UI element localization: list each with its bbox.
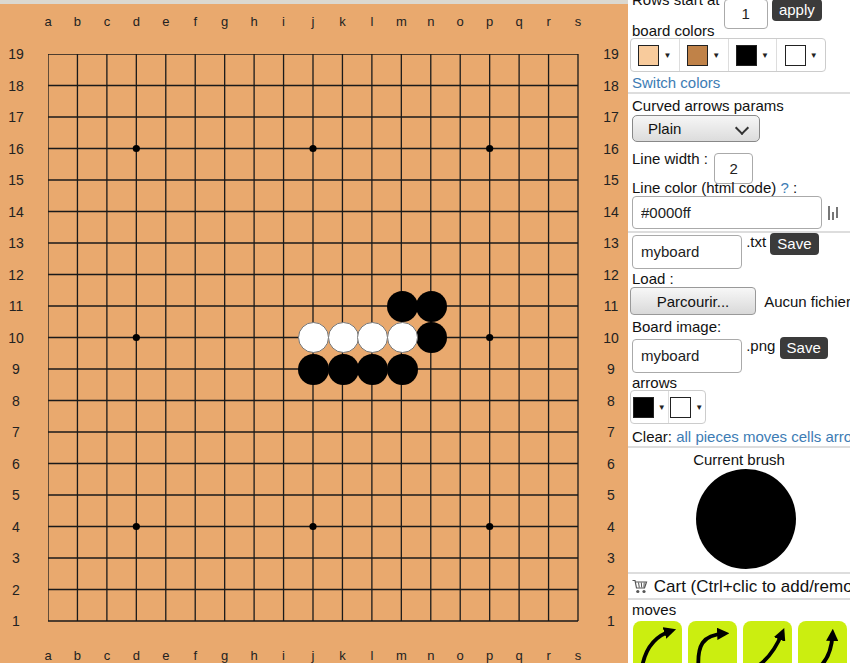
divider [628,598,850,600]
current-brush-preview [696,469,796,569]
board-color-1-dropdown[interactable]: ▼ [631,39,680,71]
coord-right-2: 2 [607,583,615,597]
clear-arrows-link[interactable]: arrows [825,428,850,445]
coord-top-e: e [162,15,169,28]
clear-all-link[interactable]: all [676,428,691,445]
move-curved-arrow-up-button[interactable] [798,621,847,663]
coord-top-r: r [546,15,550,28]
coord-bottom-k: k [339,649,346,662]
cart-label: Cart (Ctrl+clic to add/remove) [654,577,850,596]
filename-txt-input[interactable] [632,235,742,269]
coord-top-j: j [312,15,315,28]
coord-bottom-i: i [282,649,285,662]
coord-right-17: 17 [603,110,619,124]
coord-left-16: 16 [8,142,24,156]
coord-left-5: 5 [12,488,20,502]
coord-top-d: d [133,15,140,28]
coord-top-s: s [575,15,582,28]
coord-bottom-j: j [312,649,315,662]
divider [628,446,850,448]
coord-bottom-b: b [74,649,81,662]
clear-moves-link[interactable]: moves [743,428,787,445]
coord-right-12: 12 [603,268,619,282]
coord-bottom-m: m [396,649,407,662]
arrow-style-select[interactable]: Plain [632,115,760,142]
line-color-input[interactable] [632,196,822,229]
filename-png-input[interactable] [632,339,742,373]
coord-right-7: 7 [607,425,615,439]
coord-right-9: 9 [607,362,615,376]
piece-color-1-dropdown[interactable]: ▼ [729,39,778,71]
coord-left-12: 12 [8,268,24,282]
curved-arrow-up-right-steep-icon [745,624,791,663]
coord-right-19: 19 [603,47,619,61]
goban[interactable] [33,38,592,637]
no-file-label: Aucun fichier s [764,293,850,310]
coord-top-o: o [457,15,464,28]
board-color-2-dropdown[interactable]: ▼ [680,39,729,71]
color-picker-icon[interactable] [828,205,838,220]
piece-color-2-dropdown[interactable]: ▼ [777,39,825,71]
coord-left-9: 9 [12,362,20,376]
curved-arrow-up-right-shallow-icon [635,624,681,663]
coord-right-3: 3 [607,551,615,565]
white-stone-k10[interactable] [328,322,359,353]
coord-top-b: b [74,15,81,28]
save-png-button[interactable]: Save [780,337,828,359]
coord-top-q: q [515,15,522,28]
rows-start-label: Rows start at [632,0,720,8]
coord-top-h: h [250,15,257,28]
coord-left-11: 11 [9,299,24,313]
coord-bottom-o: o [457,649,464,662]
line-color-label: Line color (html code) [632,179,776,196]
coord-right-11: 11 [604,299,619,313]
board-image-label: Board image: [632,318,721,335]
browse-button[interactable]: Parcourir... [630,287,756,315]
coord-left-14: 14 [8,205,24,219]
coord-left-17: 17 [8,110,24,124]
coord-left-7: 7 [12,425,20,439]
coord-left-1: 1 [12,614,20,628]
coord-bottom-g: g [221,649,228,662]
arrow-color-2-swatch [670,397,691,418]
coord-top-i: i [282,15,285,28]
chevron-down-icon: ▼ [761,51,769,60]
black-stone-n10[interactable] [416,322,447,353]
cart-row[interactable]: Cart (Ctrl+clic to add/remove) [632,577,850,597]
coord-left-15: 15 [8,173,24,187]
save-png-row: .png Save [632,337,828,373]
coord-bottom-e: e [162,649,169,662]
coord-top-k: k [339,15,346,28]
coord-top-a: a [44,15,51,28]
coord-top-n: n [427,15,434,28]
moves-label: moves [632,601,676,618]
coord-bottom-q: q [515,649,522,662]
coord-left-4: 4 [12,520,20,534]
clear-label: Clear: [632,428,672,445]
arrow-color-2-dropdown[interactable]: ▼ [669,391,706,423]
coord-right-4: 4 [607,520,615,534]
load-label: Load : [632,270,674,287]
coord-right-16: 16 [603,142,619,156]
save-txt-button[interactable]: Save [770,233,818,255]
coord-bottom-f: f [193,649,197,662]
arrows-label: arrows [632,374,677,391]
black-stone-k9[interactable] [328,354,359,385]
chevron-down-icon: ▼ [810,51,818,60]
coord-top-p: p [486,15,493,28]
coord-left-18: 18 [8,79,24,93]
chevron-down-icon: ▼ [695,403,703,412]
coord-top-f: f [193,15,197,28]
coord-bottom-p: p [486,649,493,662]
clear-cells-link[interactable]: cells [791,428,821,445]
coord-left-6: 6 [12,457,20,471]
clear-pieces-link[interactable]: pieces [695,428,738,445]
line-width-label: Line width : [632,150,708,167]
coord-top-m: m [396,15,407,28]
curved-arrows-label: Curved arrows params [632,97,784,114]
black-stone-m9[interactable] [387,354,418,385]
coord-bottom-a: a [44,649,51,662]
load-row: Parcourir... Aucun fichier s [630,287,850,315]
cart-icon [632,579,649,594]
coord-right-15: 15 [603,173,619,187]
coord-left-8: 8 [12,394,20,408]
coord-top-c: c [104,15,111,28]
black-stone-n11[interactable] [416,291,447,322]
black-stone-m11[interactable] [387,291,418,322]
arrow-color-1-swatch [633,397,654,418]
top-strip [0,0,628,4]
coord-right-6: 6 [607,457,615,471]
clear-row: Clear: all pieces moves cells arrows [632,428,850,445]
move-curved-arrow-up-right-shallow-button[interactable] [633,621,682,663]
piece-color-2-swatch [785,45,806,66]
coord-left-13: 13 [8,236,24,250]
piece-color-1-swatch [736,45,757,66]
line-color-colon: : [793,179,797,196]
move-curved-arrow-up-right-steep-button[interactable] [743,621,792,663]
move-curved-arrow-right-button[interactable] [688,621,737,663]
curved-arrow-up-icon [800,624,846,663]
divider [628,572,850,574]
chevron-down-icon [735,121,749,135]
chevron-down-icon: ▼ [658,403,666,412]
chevron-down-icon: ▼ [663,51,671,60]
black-stone-j9[interactable] [298,354,329,385]
coord-top-g: g [221,15,228,28]
coord-left-2: 2 [12,583,20,597]
board-colors-label: board colors [632,22,715,39]
coord-right-18: 18 [603,79,619,93]
black-stone-l9[interactable] [357,354,388,385]
coord-bottom-s: s [575,649,582,662]
arrow-style-value: Plain [648,120,681,137]
coord-right-1: 1 [607,614,615,628]
coord-bottom-r: r [546,649,550,662]
switch-colors-link[interactable]: Switch colors [632,74,720,91]
coord-right-13: 13 [603,236,619,250]
white-stone-m10[interactable] [387,322,418,353]
coord-left-3: 3 [12,551,20,565]
chevron-down-icon: ▼ [712,51,720,60]
board-colors-group: ▼ ▼ ▼ ▼ [630,38,826,72]
coord-left-19: 19 [8,47,24,61]
arrows-colors-group: ▼ ▼ [630,390,706,424]
coord-top-l: l [370,15,373,28]
line-color-label-row: Line color (html code) ? : [632,179,797,196]
go-board-region[interactable]: aabbccddeeffgghhiijjkkllmmnnooppqqrrss19… [0,0,628,663]
divider [628,92,850,94]
coord-right-5: 5 [607,488,615,502]
png-ext-label: .png [746,337,775,354]
coord-right-8: 8 [607,394,615,408]
coord-bottom-h: h [250,649,257,662]
rows-start-input[interactable] [724,0,768,29]
coord-bottom-l: l [370,649,373,662]
coord-right-10: 10 [603,331,619,345]
apply-button[interactable]: apply [772,0,822,21]
coord-bottom-n: n [427,649,434,662]
control-panel: Rows start at apply board colors ▼ ▼ ▼ ▼… [628,0,850,663]
board-color-1-swatch [638,45,659,66]
arrow-color-1-dropdown[interactable]: ▼ [631,391,669,423]
coord-left-10: 10 [8,331,24,345]
curved-arrow-right-icon [690,624,736,663]
txt-ext-label: .txt [746,233,766,250]
white-stone-j10[interactable] [298,322,329,353]
current-brush-label: Current brush [628,451,850,468]
coord-right-14: 14 [603,205,619,219]
coord-bottom-c: c [104,649,111,662]
white-stone-l10[interactable] [357,322,388,353]
save-txt-row: .txt Save [632,233,819,269]
line-color-help-link[interactable]: ? [780,179,788,196]
board-color-2-swatch [687,45,708,66]
coord-bottom-d: d [133,649,140,662]
